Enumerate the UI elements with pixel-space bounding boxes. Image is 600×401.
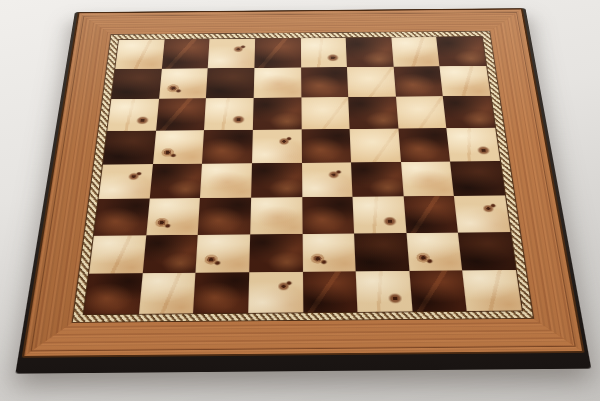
- square-d5[interactable]: [252, 129, 302, 163]
- square-b6[interactable]: [156, 98, 206, 130]
- square-h2[interactable]: [458, 232, 516, 271]
- square-c4[interactable]: [200, 163, 252, 198]
- square-f1[interactable]: [356, 271, 412, 312]
- square-h3[interactable]: [454, 196, 510, 233]
- square-e4[interactable]: [302, 162, 353, 197]
- square-g2[interactable]: [406, 232, 462, 271]
- square-g1[interactable]: [409, 271, 467, 312]
- square-g6[interactable]: [396, 96, 447, 128]
- square-f3[interactable]: [353, 196, 407, 233]
- square-a1[interactable]: [84, 274, 143, 315]
- square-h8[interactable]: [437, 37, 487, 66]
- square-a4[interactable]: [99, 164, 153, 199]
- square-f5[interactable]: [350, 128, 401, 162]
- square-a3[interactable]: [94, 199, 149, 236]
- square-b2[interactable]: [142, 235, 198, 274]
- square-a6[interactable]: [107, 99, 158, 131]
- square-h7[interactable]: [440, 66, 491, 97]
- square-g4[interactable]: [401, 161, 454, 196]
- square-a7[interactable]: [111, 68, 161, 99]
- square-c7[interactable]: [206, 68, 254, 99]
- square-b7[interactable]: [159, 68, 208, 99]
- square-d7[interactable]: [254, 67, 301, 98]
- square-f6[interactable]: [348, 97, 398, 129]
- square-e2[interactable]: [302, 233, 356, 272]
- square-e1[interactable]: [302, 272, 357, 313]
- square-f2[interactable]: [354, 233, 409, 272]
- square-e8[interactable]: [300, 38, 347, 67]
- square-c3[interactable]: [198, 198, 251, 235]
- square-h6[interactable]: [443, 96, 495, 128]
- square-a8[interactable]: [115, 39, 164, 68]
- square-g5[interactable]: [398, 128, 450, 162]
- square-f8[interactable]: [346, 37, 394, 66]
- square-a2[interactable]: [89, 235, 146, 274]
- square-c6[interactable]: [204, 98, 253, 130]
- square-b3[interactable]: [146, 198, 200, 235]
- square-d4[interactable]: [251, 163, 302, 198]
- square-g8[interactable]: [391, 37, 440, 66]
- square-d1[interactable]: [248, 272, 303, 313]
- square-d2[interactable]: [249, 234, 302, 273]
- square-g7[interactable]: [393, 66, 443, 97]
- chessboard: [22, 8, 585, 357]
- square-b8[interactable]: [162, 39, 210, 68]
- square-c1[interactable]: [193, 273, 249, 314]
- square-d6[interactable]: [253, 98, 301, 130]
- playing-area-grid: [83, 36, 523, 315]
- square-h4[interactable]: [450, 161, 505, 196]
- square-c2[interactable]: [196, 234, 250, 273]
- square-d8[interactable]: [254, 38, 300, 67]
- square-b5[interactable]: [153, 130, 205, 164]
- square-a5[interactable]: [103, 131, 156, 165]
- square-b1[interactable]: [139, 273, 196, 314]
- square-e7[interactable]: [301, 67, 349, 98]
- square-b4[interactable]: [149, 163, 202, 198]
- photo-scene: [0, 0, 600, 401]
- square-f7[interactable]: [347, 66, 396, 97]
- square-e3[interactable]: [302, 197, 354, 234]
- square-c8[interactable]: [208, 39, 255, 68]
- square-g3[interactable]: [403, 196, 458, 233]
- square-d3[interactable]: [250, 197, 302, 234]
- square-e5[interactable]: [301, 129, 351, 163]
- square-f4[interactable]: [351, 162, 403, 197]
- square-h5[interactable]: [447, 128, 500, 162]
- square-e6[interactable]: [301, 97, 350, 129]
- square-c5[interactable]: [202, 130, 252, 164]
- square-h1[interactable]: [463, 270, 522, 311]
